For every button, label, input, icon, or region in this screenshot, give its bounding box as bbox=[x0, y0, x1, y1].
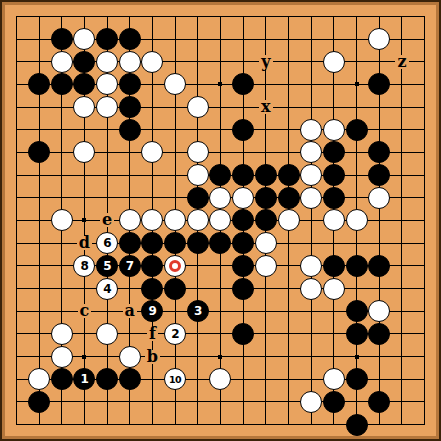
intersection-L13[interactable] bbox=[232, 141, 255, 164]
intersection-N5[interactable] bbox=[277, 323, 300, 346]
intersection-Q1[interactable] bbox=[345, 413, 368, 436]
intersection-A9[interactable] bbox=[5, 232, 28, 255]
intersection-L6[interactable] bbox=[232, 300, 255, 323]
intersection-T12[interactable] bbox=[413, 164, 436, 187]
intersection-P5[interactable] bbox=[323, 323, 346, 346]
intersection-C17[interactable] bbox=[50, 50, 73, 73]
intersection-L16[interactable] bbox=[232, 73, 255, 96]
intersection-N16[interactable] bbox=[277, 73, 300, 96]
intersection-L7[interactable] bbox=[232, 277, 255, 300]
intersection-G17[interactable] bbox=[141, 50, 164, 73]
intersection-N19[interactable] bbox=[277, 5, 300, 28]
intersection-Q13[interactable] bbox=[345, 141, 368, 164]
intersection-P2[interactable] bbox=[323, 391, 346, 414]
intersection-F10[interactable] bbox=[118, 209, 141, 232]
intersection-F3[interactable] bbox=[118, 368, 141, 391]
intersection-D8[interactable]: 8 bbox=[73, 255, 96, 278]
intersection-R19[interactable] bbox=[368, 5, 391, 28]
intersection-Q5[interactable] bbox=[345, 323, 368, 346]
intersection-J9[interactable] bbox=[186, 232, 209, 255]
intersection-S8[interactable] bbox=[391, 255, 414, 278]
intersection-S10[interactable] bbox=[391, 209, 414, 232]
intersection-H11[interactable] bbox=[164, 186, 187, 209]
intersection-R10[interactable] bbox=[368, 209, 391, 232]
intersection-J19[interactable] bbox=[186, 5, 209, 28]
intersection-F7[interactable] bbox=[118, 277, 141, 300]
intersection-T14[interactable] bbox=[413, 118, 436, 141]
intersection-M17[interactable]: y bbox=[255, 50, 278, 73]
intersection-G12[interactable] bbox=[141, 164, 164, 187]
intersection-K10[interactable] bbox=[209, 209, 232, 232]
intersection-G19[interactable] bbox=[141, 5, 164, 28]
intersection-F1[interactable] bbox=[118, 413, 141, 436]
intersection-T16[interactable] bbox=[413, 73, 436, 96]
intersection-E17[interactable] bbox=[96, 50, 119, 73]
intersection-R6[interactable] bbox=[368, 300, 391, 323]
intersection-J15[interactable] bbox=[186, 96, 209, 119]
intersection-L9[interactable] bbox=[232, 232, 255, 255]
intersection-E11[interactable] bbox=[96, 186, 119, 209]
intersection-O9[interactable] bbox=[300, 232, 323, 255]
intersection-A4[interactable] bbox=[5, 345, 28, 368]
intersection-T4[interactable] bbox=[413, 345, 436, 368]
intersection-H1[interactable] bbox=[164, 413, 187, 436]
intersection-B1[interactable] bbox=[28, 413, 51, 436]
intersection-O7[interactable] bbox=[300, 277, 323, 300]
intersection-J18[interactable] bbox=[186, 28, 209, 51]
intersection-F15[interactable] bbox=[118, 96, 141, 119]
intersection-H6[interactable] bbox=[164, 300, 187, 323]
intersection-G18[interactable] bbox=[141, 28, 164, 51]
intersection-E18[interactable] bbox=[96, 28, 119, 51]
intersection-G3[interactable] bbox=[141, 368, 164, 391]
intersection-H3[interactable]: 10 bbox=[164, 368, 187, 391]
intersection-M4[interactable] bbox=[255, 345, 278, 368]
intersection-R14[interactable] bbox=[368, 118, 391, 141]
intersection-R17[interactable] bbox=[368, 50, 391, 73]
intersection-N2[interactable] bbox=[277, 391, 300, 414]
intersection-E5[interactable] bbox=[96, 323, 119, 346]
intersection-M18[interactable] bbox=[255, 28, 278, 51]
intersection-A12[interactable] bbox=[5, 164, 28, 187]
intersection-C12[interactable] bbox=[50, 164, 73, 187]
intersection-P13[interactable] bbox=[323, 141, 346, 164]
intersection-Q9[interactable] bbox=[345, 232, 368, 255]
intersection-D14[interactable] bbox=[73, 118, 96, 141]
intersection-P1[interactable] bbox=[323, 413, 346, 436]
intersection-G5[interactable]: f bbox=[141, 323, 164, 346]
intersection-O6[interactable] bbox=[300, 300, 323, 323]
intersection-N3[interactable] bbox=[277, 368, 300, 391]
intersection-N10[interactable] bbox=[277, 209, 300, 232]
intersection-A14[interactable] bbox=[5, 118, 28, 141]
intersection-E3[interactable] bbox=[96, 368, 119, 391]
intersection-K18[interactable] bbox=[209, 28, 232, 51]
intersection-T19[interactable] bbox=[413, 5, 436, 28]
intersection-D12[interactable] bbox=[73, 164, 96, 187]
intersection-E13[interactable] bbox=[96, 141, 119, 164]
intersection-C8[interactable] bbox=[50, 255, 73, 278]
intersection-J17[interactable] bbox=[186, 50, 209, 73]
intersection-P8[interactable] bbox=[323, 255, 346, 278]
intersection-Q8[interactable] bbox=[345, 255, 368, 278]
intersection-J3[interactable] bbox=[186, 368, 209, 391]
intersection-G7[interactable] bbox=[141, 277, 164, 300]
intersection-Q18[interactable] bbox=[345, 28, 368, 51]
intersection-D6[interactable]: c bbox=[73, 300, 96, 323]
intersection-T1[interactable] bbox=[413, 413, 436, 436]
intersection-H9[interactable] bbox=[164, 232, 187, 255]
intersection-K14[interactable] bbox=[209, 118, 232, 141]
intersection-M15[interactable]: x bbox=[255, 96, 278, 119]
intersection-J1[interactable] bbox=[186, 413, 209, 436]
intersection-N9[interactable] bbox=[277, 232, 300, 255]
intersection-M12[interactable] bbox=[255, 164, 278, 187]
intersection-G16[interactable] bbox=[141, 73, 164, 96]
intersection-P10[interactable] bbox=[323, 209, 346, 232]
intersection-G4[interactable]: b bbox=[141, 345, 164, 368]
intersection-J16[interactable] bbox=[186, 73, 209, 96]
intersection-C4[interactable] bbox=[50, 345, 73, 368]
intersection-C2[interactable] bbox=[50, 391, 73, 414]
intersection-H19[interactable] bbox=[164, 5, 187, 28]
intersection-S13[interactable] bbox=[391, 141, 414, 164]
intersection-N17[interactable] bbox=[277, 50, 300, 73]
intersection-K5[interactable] bbox=[209, 323, 232, 346]
intersection-K16[interactable] bbox=[209, 73, 232, 96]
intersection-B14[interactable] bbox=[28, 118, 51, 141]
intersection-E6[interactable] bbox=[96, 300, 119, 323]
intersection-G2[interactable] bbox=[141, 391, 164, 414]
intersection-C13[interactable] bbox=[50, 141, 73, 164]
intersection-D9[interactable]: d bbox=[73, 232, 96, 255]
intersection-Q17[interactable] bbox=[345, 50, 368, 73]
intersection-G6[interactable]: 9 bbox=[141, 300, 164, 323]
intersection-K19[interactable] bbox=[209, 5, 232, 28]
intersection-A7[interactable] bbox=[5, 277, 28, 300]
intersection-N8[interactable] bbox=[277, 255, 300, 278]
intersection-B2[interactable] bbox=[28, 391, 51, 414]
intersection-T3[interactable] bbox=[413, 368, 436, 391]
intersection-M19[interactable] bbox=[255, 5, 278, 28]
intersection-A16[interactable] bbox=[5, 73, 28, 96]
intersection-N11[interactable] bbox=[277, 186, 300, 209]
intersection-D1[interactable] bbox=[73, 413, 96, 436]
intersection-D13[interactable] bbox=[73, 141, 96, 164]
intersection-O16[interactable] bbox=[300, 73, 323, 96]
intersection-L19[interactable] bbox=[232, 5, 255, 28]
intersection-L1[interactable] bbox=[232, 413, 255, 436]
intersection-S15[interactable] bbox=[391, 96, 414, 119]
intersection-T18[interactable] bbox=[413, 28, 436, 51]
intersection-C1[interactable] bbox=[50, 413, 73, 436]
intersection-B17[interactable] bbox=[28, 50, 51, 73]
intersection-A2[interactable] bbox=[5, 391, 28, 414]
intersection-H15[interactable] bbox=[164, 96, 187, 119]
intersection-O10[interactable] bbox=[300, 209, 323, 232]
intersection-K15[interactable] bbox=[209, 96, 232, 119]
intersection-E10[interactable]: e bbox=[96, 209, 119, 232]
intersection-B16[interactable] bbox=[28, 73, 51, 96]
intersection-H12[interactable] bbox=[164, 164, 187, 187]
intersection-G8[interactable] bbox=[141, 255, 164, 278]
intersection-C11[interactable] bbox=[50, 186, 73, 209]
intersection-S4[interactable] bbox=[391, 345, 414, 368]
intersection-Q11[interactable] bbox=[345, 186, 368, 209]
intersection-H13[interactable] bbox=[164, 141, 187, 164]
intersection-B4[interactable] bbox=[28, 345, 51, 368]
intersection-C16[interactable] bbox=[50, 73, 73, 96]
intersection-F16[interactable] bbox=[118, 73, 141, 96]
intersection-G13[interactable] bbox=[141, 141, 164, 164]
intersection-C14[interactable] bbox=[50, 118, 73, 141]
intersection-F19[interactable] bbox=[118, 5, 141, 28]
intersection-B8[interactable] bbox=[28, 255, 51, 278]
intersection-L18[interactable] bbox=[232, 28, 255, 51]
intersection-L8[interactable] bbox=[232, 255, 255, 278]
intersection-J12[interactable] bbox=[186, 164, 209, 187]
intersection-H17[interactable] bbox=[164, 50, 187, 73]
intersection-E14[interactable] bbox=[96, 118, 119, 141]
intersection-O8[interactable] bbox=[300, 255, 323, 278]
intersection-R1[interactable] bbox=[368, 413, 391, 436]
intersection-G9[interactable] bbox=[141, 232, 164, 255]
intersection-H5[interactable]: 2 bbox=[164, 323, 187, 346]
intersection-K6[interactable] bbox=[209, 300, 232, 323]
intersection-Q4[interactable] bbox=[345, 345, 368, 368]
intersection-E7[interactable]: 4 bbox=[96, 277, 119, 300]
intersection-T15[interactable] bbox=[413, 96, 436, 119]
intersection-E12[interactable] bbox=[96, 164, 119, 187]
intersection-A13[interactable] bbox=[5, 141, 28, 164]
intersection-S11[interactable] bbox=[391, 186, 414, 209]
intersection-A15[interactable] bbox=[5, 96, 28, 119]
intersection-K2[interactable] bbox=[209, 391, 232, 414]
intersection-N18[interactable] bbox=[277, 28, 300, 51]
intersection-M10[interactable] bbox=[255, 209, 278, 232]
intersection-A17[interactable] bbox=[5, 50, 28, 73]
intersection-K12[interactable] bbox=[209, 164, 232, 187]
intersection-O18[interactable] bbox=[300, 28, 323, 51]
intersection-D5[interactable] bbox=[73, 323, 96, 346]
intersection-F2[interactable] bbox=[118, 391, 141, 414]
intersection-J14[interactable] bbox=[186, 118, 209, 141]
intersection-C7[interactable] bbox=[50, 277, 73, 300]
intersection-P19[interactable] bbox=[323, 5, 346, 28]
intersection-L15[interactable] bbox=[232, 96, 255, 119]
intersection-F11[interactable] bbox=[118, 186, 141, 209]
intersection-M3[interactable] bbox=[255, 368, 278, 391]
intersection-O17[interactable] bbox=[300, 50, 323, 73]
intersection-H18[interactable] bbox=[164, 28, 187, 51]
intersection-G1[interactable] bbox=[141, 413, 164, 436]
intersection-D15[interactable] bbox=[73, 96, 96, 119]
intersection-Q15[interactable] bbox=[345, 96, 368, 119]
intersection-K11[interactable] bbox=[209, 186, 232, 209]
intersection-B6[interactable] bbox=[28, 300, 51, 323]
intersection-D11[interactable] bbox=[73, 186, 96, 209]
intersection-Q3[interactable] bbox=[345, 368, 368, 391]
intersection-R18[interactable] bbox=[368, 28, 391, 51]
intersection-S14[interactable] bbox=[391, 118, 414, 141]
intersection-P9[interactable] bbox=[323, 232, 346, 255]
intersection-P6[interactable] bbox=[323, 300, 346, 323]
intersection-B12[interactable] bbox=[28, 164, 51, 187]
intersection-T5[interactable] bbox=[413, 323, 436, 346]
intersection-T6[interactable] bbox=[413, 300, 436, 323]
intersection-R9[interactable] bbox=[368, 232, 391, 255]
intersection-Q16[interactable] bbox=[345, 73, 368, 96]
intersection-L11[interactable] bbox=[232, 186, 255, 209]
intersection-O12[interactable] bbox=[300, 164, 323, 187]
intersection-M1[interactable] bbox=[255, 413, 278, 436]
intersection-N13[interactable] bbox=[277, 141, 300, 164]
intersection-F9[interactable] bbox=[118, 232, 141, 255]
intersection-T2[interactable] bbox=[413, 391, 436, 414]
intersection-D7[interactable] bbox=[73, 277, 96, 300]
intersection-N12[interactable] bbox=[277, 164, 300, 187]
intersection-Q6[interactable] bbox=[345, 300, 368, 323]
intersection-H2[interactable] bbox=[164, 391, 187, 414]
intersection-C10[interactable] bbox=[50, 209, 73, 232]
intersection-S19[interactable] bbox=[391, 5, 414, 28]
intersection-E15[interactable] bbox=[96, 96, 119, 119]
intersection-O2[interactable] bbox=[300, 391, 323, 414]
intersection-D18[interactable] bbox=[73, 28, 96, 51]
intersection-O3[interactable] bbox=[300, 368, 323, 391]
intersection-T11[interactable] bbox=[413, 186, 436, 209]
intersection-M16[interactable] bbox=[255, 73, 278, 96]
intersection-S6[interactable] bbox=[391, 300, 414, 323]
intersection-B18[interactable] bbox=[28, 28, 51, 51]
intersection-N7[interactable] bbox=[277, 277, 300, 300]
intersection-O4[interactable] bbox=[300, 345, 323, 368]
intersection-S3[interactable] bbox=[391, 368, 414, 391]
intersection-A10[interactable] bbox=[5, 209, 28, 232]
intersection-E9[interactable]: 6 bbox=[96, 232, 119, 255]
intersection-F4[interactable] bbox=[118, 345, 141, 368]
intersection-R2[interactable] bbox=[368, 391, 391, 414]
intersection-G14[interactable] bbox=[141, 118, 164, 141]
intersection-F13[interactable] bbox=[118, 141, 141, 164]
intersection-J7[interactable] bbox=[186, 277, 209, 300]
intersection-K17[interactable] bbox=[209, 50, 232, 73]
intersection-B7[interactable] bbox=[28, 277, 51, 300]
intersection-D2[interactable] bbox=[73, 391, 96, 414]
intersection-L2[interactable] bbox=[232, 391, 255, 414]
intersection-N15[interactable] bbox=[277, 96, 300, 119]
intersection-G11[interactable] bbox=[141, 186, 164, 209]
intersection-P17[interactable] bbox=[323, 50, 346, 73]
intersection-Q14[interactable] bbox=[345, 118, 368, 141]
intersection-D17[interactable] bbox=[73, 50, 96, 73]
intersection-F17[interactable] bbox=[118, 50, 141, 73]
intersection-C18[interactable] bbox=[50, 28, 73, 51]
intersection-M2[interactable] bbox=[255, 391, 278, 414]
intersection-O19[interactable] bbox=[300, 5, 323, 28]
intersection-T13[interactable] bbox=[413, 141, 436, 164]
intersection-S12[interactable] bbox=[391, 164, 414, 187]
intersection-B15[interactable] bbox=[28, 96, 51, 119]
intersection-C19[interactable] bbox=[50, 5, 73, 28]
intersection-F5[interactable] bbox=[118, 323, 141, 346]
intersection-H10[interactable] bbox=[164, 209, 187, 232]
intersection-S17[interactable]: z bbox=[391, 50, 414, 73]
intersection-F6[interactable]: a bbox=[118, 300, 141, 323]
intersection-B13[interactable] bbox=[28, 141, 51, 164]
intersection-E16[interactable] bbox=[96, 73, 119, 96]
intersection-L4[interactable] bbox=[232, 345, 255, 368]
intersection-B5[interactable] bbox=[28, 323, 51, 346]
intersection-Q2[interactable] bbox=[345, 391, 368, 414]
intersection-K9[interactable] bbox=[209, 232, 232, 255]
intersection-B10[interactable] bbox=[28, 209, 51, 232]
intersection-T17[interactable] bbox=[413, 50, 436, 73]
intersection-K13[interactable] bbox=[209, 141, 232, 164]
intersection-D10[interactable] bbox=[73, 209, 96, 232]
intersection-D3[interactable]: 1 bbox=[73, 368, 96, 391]
intersection-N4[interactable] bbox=[277, 345, 300, 368]
intersection-M5[interactable] bbox=[255, 323, 278, 346]
intersection-K1[interactable] bbox=[209, 413, 232, 436]
intersection-M7[interactable] bbox=[255, 277, 278, 300]
intersection-L14[interactable] bbox=[232, 118, 255, 141]
intersection-H7[interactable] bbox=[164, 277, 187, 300]
intersection-H8[interactable] bbox=[164, 255, 187, 278]
intersection-J10[interactable] bbox=[186, 209, 209, 232]
intersection-B11[interactable] bbox=[28, 186, 51, 209]
intersection-Q10[interactable] bbox=[345, 209, 368, 232]
intersection-J5[interactable] bbox=[186, 323, 209, 346]
intersection-C3[interactable] bbox=[50, 368, 73, 391]
intersection-G15[interactable] bbox=[141, 96, 164, 119]
intersection-R3[interactable] bbox=[368, 368, 391, 391]
intersection-R16[interactable] bbox=[368, 73, 391, 96]
intersection-R15[interactable] bbox=[368, 96, 391, 119]
intersection-T10[interactable] bbox=[413, 209, 436, 232]
intersection-F14[interactable] bbox=[118, 118, 141, 141]
intersection-J13[interactable] bbox=[186, 141, 209, 164]
intersection-Q7[interactable] bbox=[345, 277, 368, 300]
intersection-B3[interactable] bbox=[28, 368, 51, 391]
intersection-N1[interactable] bbox=[277, 413, 300, 436]
intersection-R11[interactable] bbox=[368, 186, 391, 209]
intersection-M8[interactable] bbox=[255, 255, 278, 278]
intersection-P7[interactable] bbox=[323, 277, 346, 300]
intersection-S7[interactable] bbox=[391, 277, 414, 300]
intersection-S1[interactable] bbox=[391, 413, 414, 436]
intersection-F12[interactable] bbox=[118, 164, 141, 187]
intersection-J4[interactable] bbox=[186, 345, 209, 368]
intersection-E1[interactable] bbox=[96, 413, 119, 436]
intersection-O13[interactable] bbox=[300, 141, 323, 164]
intersection-H14[interactable] bbox=[164, 118, 187, 141]
intersection-E2[interactable] bbox=[96, 391, 119, 414]
intersection-L5[interactable] bbox=[232, 323, 255, 346]
intersection-J6[interactable]: 3 bbox=[186, 300, 209, 323]
intersection-K7[interactable] bbox=[209, 277, 232, 300]
intersection-A5[interactable] bbox=[5, 323, 28, 346]
intersection-A1[interactable] bbox=[5, 413, 28, 436]
intersection-H4[interactable] bbox=[164, 345, 187, 368]
intersection-L10[interactable] bbox=[232, 209, 255, 232]
intersection-R4[interactable] bbox=[368, 345, 391, 368]
intersection-P16[interactable] bbox=[323, 73, 346, 96]
intersection-F8[interactable]: 7 bbox=[118, 255, 141, 278]
intersection-J11[interactable] bbox=[186, 186, 209, 209]
intersection-L17[interactable] bbox=[232, 50, 255, 73]
intersection-A3[interactable] bbox=[5, 368, 28, 391]
